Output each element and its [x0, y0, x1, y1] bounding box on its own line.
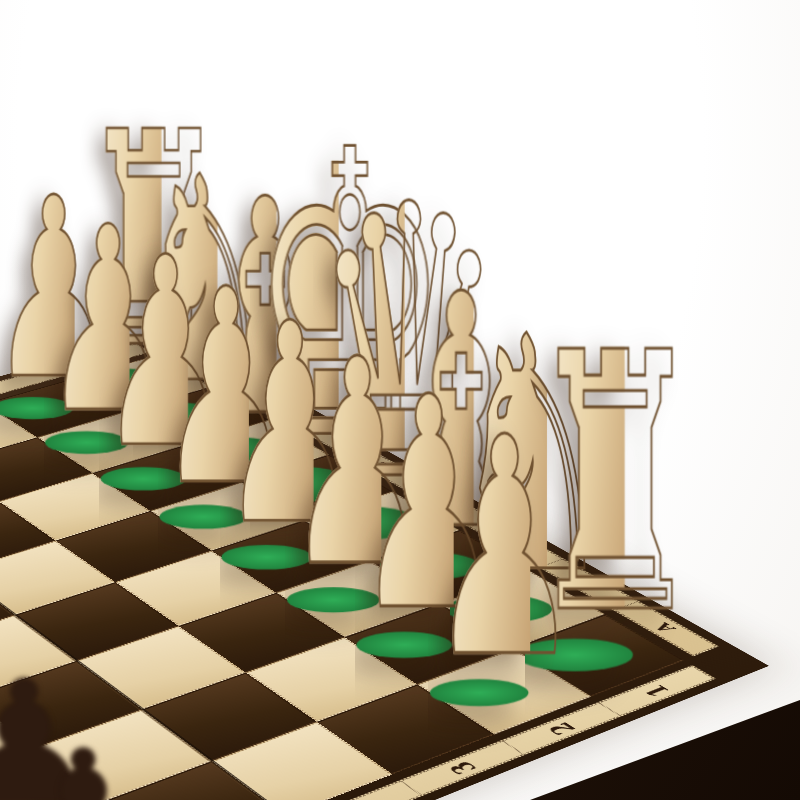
foreground-black-pawn-1[interactable]: ♟	[16, 730, 150, 800]
rank-label-2-text: 2	[543, 719, 582, 737]
rank-label-3-text: 3	[443, 758, 483, 777]
photo-stage: HGFEDCBA 12345678 ♜♞♝♚♛♝♞♜♟♟♟♟♟♟♟♟ ♟♟	[0, 0, 800, 800]
piece-white-pawn-a2[interactable]: ♟	[429, 399, 531, 700]
perspective-scene: HGFEDCBA 12345678 ♜♞♝♚♛♝♞♜♟♟♟♟♟♟♟♟	[0, 0, 800, 800]
rank-label-1-text: 1	[638, 682, 676, 699]
